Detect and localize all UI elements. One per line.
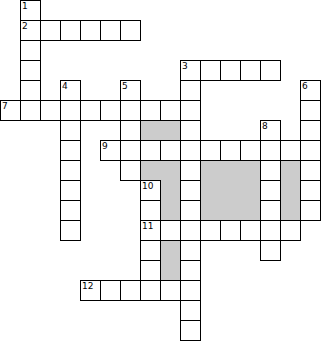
answer-cell[interactable] xyxy=(240,220,261,241)
blocked-cell xyxy=(140,160,161,181)
answer-cell[interactable] xyxy=(60,20,81,41)
answer-cell[interactable] xyxy=(240,140,261,161)
answer-cell[interactable] xyxy=(200,220,221,241)
answer-cell[interactable] xyxy=(240,60,261,81)
blocked-cell xyxy=(160,160,181,181)
blocked-cell xyxy=(220,160,241,181)
answer-cell[interactable] xyxy=(60,220,81,241)
answer-cell[interactable] xyxy=(120,160,141,181)
answer-cell[interactable] xyxy=(280,140,301,161)
answer-cell[interactable] xyxy=(260,140,281,161)
blocked-cell xyxy=(200,200,221,221)
answer-cell[interactable] xyxy=(260,160,281,181)
answer-cell[interactable]: 2 xyxy=(20,20,41,41)
blocked-cell xyxy=(220,200,241,221)
blocked-cell xyxy=(280,180,301,201)
answer-cell[interactable] xyxy=(300,160,321,181)
answer-cell[interactable]: 3 xyxy=(180,60,201,81)
answer-cell[interactable] xyxy=(300,140,321,161)
answer-cell[interactable] xyxy=(260,180,281,201)
answer-cell[interactable] xyxy=(60,100,81,121)
answer-cell[interactable] xyxy=(80,20,101,41)
answer-cell[interactable] xyxy=(220,60,241,81)
answer-cell[interactable] xyxy=(20,40,41,61)
answer-cell[interactable] xyxy=(300,200,321,221)
answer-cell[interactable] xyxy=(180,300,201,321)
answer-cell[interactable]: 8 xyxy=(260,120,281,141)
answer-cell[interactable] xyxy=(120,120,141,141)
blocked-cell xyxy=(160,240,181,261)
clue-number: 8 xyxy=(262,121,268,131)
answer-cell[interactable] xyxy=(80,100,101,121)
answer-cell[interactable] xyxy=(20,80,41,101)
answer-cell[interactable] xyxy=(120,280,141,301)
clue-number: 12 xyxy=(82,281,93,291)
answer-cell[interactable] xyxy=(60,120,81,141)
blocked-cell xyxy=(200,160,221,181)
clue-number: 4 xyxy=(62,81,68,91)
answer-cell[interactable] xyxy=(300,180,321,201)
answer-cell[interactable] xyxy=(180,80,201,101)
blocked-cell xyxy=(220,180,241,201)
answer-cell[interactable] xyxy=(140,200,161,221)
clue-number: 11 xyxy=(142,221,153,231)
answer-cell[interactable] xyxy=(100,280,121,301)
answer-cell[interactable] xyxy=(260,240,281,261)
answer-cell[interactable] xyxy=(180,260,201,281)
answer-cell[interactable] xyxy=(140,280,161,301)
answer-cell[interactable] xyxy=(40,100,61,121)
answer-cell[interactable]: 7 xyxy=(0,100,21,121)
answer-cell[interactable]: 9 xyxy=(100,140,121,161)
clue-number: 5 xyxy=(122,81,128,91)
answer-cell[interactable] xyxy=(20,100,41,121)
answer-cell[interactable]: 4 xyxy=(60,80,81,101)
answer-cell[interactable]: 12 xyxy=(80,280,101,301)
answer-cell[interactable] xyxy=(140,240,161,261)
answer-cell[interactable] xyxy=(160,220,181,241)
answer-cell[interactable] xyxy=(180,200,201,221)
blocked-cell xyxy=(240,160,261,181)
answer-cell[interactable] xyxy=(60,180,81,201)
answer-cell[interactable] xyxy=(180,140,201,161)
answer-cell[interactable] xyxy=(160,140,181,161)
answer-cell[interactable] xyxy=(160,280,181,301)
answer-cell[interactable]: 1 xyxy=(20,0,41,21)
answer-cell[interactable] xyxy=(180,220,201,241)
answer-cell[interactable] xyxy=(200,60,221,81)
answer-cell[interactable] xyxy=(140,140,161,161)
answer-cell[interactable] xyxy=(260,200,281,221)
answer-cell[interactable] xyxy=(300,120,321,141)
answer-cell[interactable]: 10 xyxy=(140,180,161,201)
clue-number: 3 xyxy=(182,61,188,71)
blocked-cell xyxy=(160,260,181,281)
clue-number: 2 xyxy=(22,21,28,31)
answer-cell[interactable] xyxy=(260,220,281,241)
blocked-cell xyxy=(280,160,301,181)
answer-cell[interactable] xyxy=(180,320,201,341)
answer-cell[interactable] xyxy=(160,100,181,121)
clue-number: 6 xyxy=(302,81,308,91)
answer-cell[interactable]: 6 xyxy=(300,80,321,101)
answer-cell[interactable] xyxy=(180,120,201,141)
answer-cell[interactable] xyxy=(20,60,41,81)
answer-cell[interactable] xyxy=(300,100,321,121)
answer-cell[interactable] xyxy=(60,140,81,161)
answer-cell[interactable]: 11 xyxy=(140,220,161,241)
blocked-cell xyxy=(160,200,181,221)
clue-number: 7 xyxy=(2,101,8,111)
answer-cell[interactable] xyxy=(60,160,81,181)
crossword-board: 123456789101112 xyxy=(0,0,321,341)
blocked-cell xyxy=(160,120,181,141)
blocked-cell xyxy=(200,180,221,201)
answer-cell[interactable] xyxy=(40,20,61,41)
answer-cell[interactable] xyxy=(200,140,221,161)
answer-cell[interactable] xyxy=(120,20,141,41)
blocked-cell xyxy=(140,120,161,141)
clue-number: 10 xyxy=(142,181,153,191)
answer-cell[interactable] xyxy=(180,100,201,121)
answer-cell[interactable] xyxy=(140,100,161,121)
answer-cell[interactable] xyxy=(280,220,301,241)
answer-cell[interactable] xyxy=(120,140,141,161)
answer-cell[interactable] xyxy=(220,220,241,241)
answer-cell[interactable] xyxy=(140,260,161,281)
answer-cell[interactable] xyxy=(180,280,201,301)
answer-cell[interactable] xyxy=(260,60,281,81)
clue-number: 9 xyxy=(102,141,108,151)
blocked-cell xyxy=(160,180,181,201)
answer-cell[interactable] xyxy=(220,140,241,161)
blocked-cell xyxy=(240,180,261,201)
blocked-cell xyxy=(280,200,301,221)
answer-cell[interactable] xyxy=(60,200,81,221)
answer-cell[interactable] xyxy=(100,20,121,41)
answer-cell[interactable] xyxy=(100,100,121,121)
answer-cell[interactable] xyxy=(120,100,141,121)
answer-cell[interactable] xyxy=(180,240,201,261)
answer-cell[interactable]: 5 xyxy=(120,80,141,101)
clue-number: 1 xyxy=(22,1,28,11)
blocked-cell xyxy=(240,200,261,221)
answer-cell[interactable] xyxy=(180,180,201,201)
answer-cell[interactable] xyxy=(180,160,201,181)
